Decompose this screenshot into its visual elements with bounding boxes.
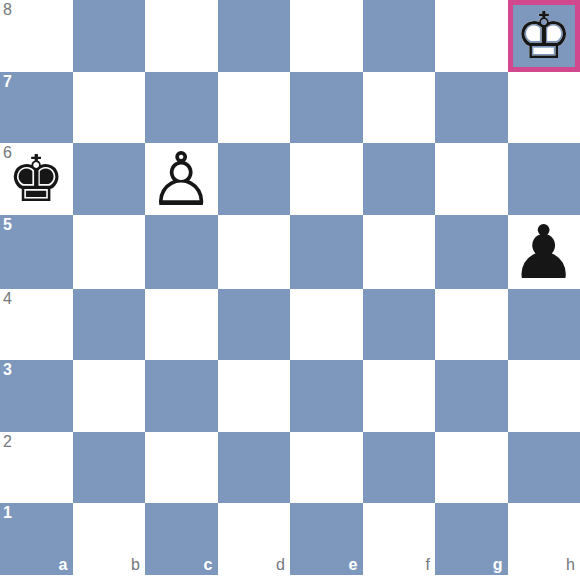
- square-f5[interactable]: [363, 215, 436, 289]
- file-label-b: b: [131, 557, 140, 573]
- square-g5[interactable]: [435, 215, 508, 289]
- square-g3[interactable]: [435, 360, 508, 432]
- file-label-c: c: [204, 557, 213, 573]
- square-h6[interactable]: [508, 143, 580, 215]
- square-g8[interactable]: [435, 0, 508, 72]
- square-b6[interactable]: [73, 143, 146, 215]
- white-king[interactable]: ♚♔: [508, 0, 580, 72]
- square-f2[interactable]: [363, 432, 436, 504]
- square-h4[interactable]: [508, 289, 580, 361]
- rank-label-5: 5: [3, 217, 12, 233]
- square-f7[interactable]: [363, 72, 436, 144]
- square-e5[interactable]: [290, 215, 363, 289]
- square-g4[interactable]: [435, 289, 508, 361]
- square-c3[interactable]: [145, 360, 218, 432]
- file-label-d: d: [276, 557, 285, 573]
- file-label-e: e: [349, 557, 358, 573]
- square-e7[interactable]: [290, 72, 363, 144]
- rank-label-2: 2: [3, 434, 12, 450]
- black-king[interactable]: ♚: [0, 143, 73, 215]
- square-d4[interactable]: [218, 289, 291, 361]
- square-b2[interactable]: [73, 432, 146, 504]
- square-e6[interactable]: [290, 143, 363, 215]
- rank-label-4: 4: [3, 291, 12, 307]
- square-h3[interactable]: [508, 360, 580, 432]
- square-f4[interactable]: [363, 289, 436, 361]
- square-a6[interactable]: 6♚: [0, 143, 73, 215]
- square-a8[interactable]: 8: [0, 0, 73, 72]
- square-c6[interactable]: ♟♙: [145, 143, 218, 215]
- square-d3[interactable]: [218, 360, 291, 432]
- square-e4[interactable]: [290, 289, 363, 361]
- square-d7[interactable]: [218, 72, 291, 144]
- square-g2[interactable]: [435, 432, 508, 504]
- square-a7[interactable]: 7: [0, 72, 73, 144]
- square-c5[interactable]: [145, 215, 218, 289]
- square-d6[interactable]: [218, 143, 291, 215]
- square-b7[interactable]: [73, 72, 146, 144]
- file-label-h: h: [566, 557, 575, 573]
- square-f8[interactable]: [363, 0, 436, 72]
- square-b3[interactable]: [73, 360, 146, 432]
- chess-board: 8♚♔76♚♟♙5♟4321abcdefgh: [0, 0, 580, 575]
- square-d8[interactable]: [218, 0, 291, 72]
- square-c7[interactable]: [145, 72, 218, 144]
- square-h7[interactable]: [508, 72, 580, 144]
- square-b8[interactable]: [73, 0, 146, 72]
- square-e1[interactable]: e: [290, 503, 363, 575]
- square-d5[interactable]: [218, 215, 291, 289]
- file-label-g: g: [493, 557, 503, 573]
- white-king-outline-layer: ♔: [508, 0, 580, 72]
- square-g7[interactable]: [435, 72, 508, 144]
- square-a5[interactable]: 5: [0, 215, 73, 289]
- rank-label-3: 3: [3, 362, 12, 378]
- square-a1[interactable]: 1a: [0, 503, 73, 575]
- square-c8[interactable]: [145, 0, 218, 72]
- square-d2[interactable]: [218, 432, 291, 504]
- square-h8[interactable]: ♚♔: [508, 0, 580, 72]
- square-c2[interactable]: [145, 432, 218, 504]
- square-h5[interactable]: ♟: [508, 215, 580, 289]
- white-pawn-outline-layer: ♙: [145, 143, 218, 215]
- square-h2[interactable]: [508, 432, 580, 504]
- square-b5[interactable]: [73, 215, 146, 289]
- square-f3[interactable]: [363, 360, 436, 432]
- square-c4[interactable]: [145, 289, 218, 361]
- square-g6[interactable]: [435, 143, 508, 215]
- rank-label-1: 1: [3, 505, 12, 521]
- file-label-f: f: [426, 557, 430, 573]
- black-pawn[interactable]: ♟: [508, 215, 580, 289]
- square-e3[interactable]: [290, 360, 363, 432]
- square-e2[interactable]: [290, 432, 363, 504]
- square-f6[interactable]: [363, 143, 436, 215]
- square-h1[interactable]: h: [508, 503, 580, 575]
- rank-label-8: 8: [3, 2, 12, 18]
- square-d1[interactable]: d: [218, 503, 291, 575]
- square-g1[interactable]: g: [435, 503, 508, 575]
- square-a3[interactable]: 3: [0, 360, 73, 432]
- square-c1[interactable]: c: [145, 503, 218, 575]
- white-pawn[interactable]: ♟♙: [145, 143, 218, 215]
- square-b1[interactable]: b: [73, 503, 146, 575]
- square-a2[interactable]: 2: [0, 432, 73, 504]
- rank-label-7: 7: [3, 74, 12, 90]
- file-label-a: a: [59, 557, 68, 573]
- square-e8[interactable]: [290, 0, 363, 72]
- square-a4[interactable]: 4: [0, 289, 73, 361]
- square-b4[interactable]: [73, 289, 146, 361]
- square-f1[interactable]: f: [363, 503, 436, 575]
